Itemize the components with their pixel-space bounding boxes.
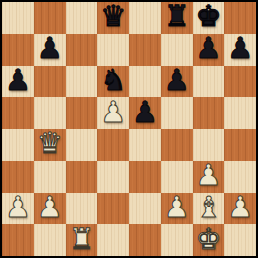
square-a7[interactable] xyxy=(2,34,34,66)
square-g5[interactable] xyxy=(193,97,225,129)
square-g8[interactable]: ♚ xyxy=(193,2,225,34)
white-queen-piece: ♛ xyxy=(37,129,63,158)
square-h2[interactable]: ♟ xyxy=(224,193,256,225)
square-e7[interactable] xyxy=(129,34,161,66)
square-g4[interactable] xyxy=(193,129,225,161)
square-h8[interactable] xyxy=(224,2,256,34)
square-c2[interactable] xyxy=(66,193,98,225)
chess-board: ♛♜♚♟♟♟♟♞♟♟♟♛♟♟♟♟♝♟♜♚ xyxy=(0,0,258,258)
square-f3[interactable] xyxy=(161,161,193,193)
square-f6[interactable]: ♟ xyxy=(161,66,193,98)
white-pawn-piece: ♟ xyxy=(164,193,190,222)
square-g6[interactable] xyxy=(193,66,225,98)
white-pawn-piece: ♟ xyxy=(195,161,221,190)
square-f4[interactable] xyxy=(161,129,193,161)
square-f7[interactable] xyxy=(161,34,193,66)
square-f1[interactable] xyxy=(161,224,193,256)
square-d4[interactable] xyxy=(97,129,129,161)
square-c6[interactable] xyxy=(66,66,98,98)
square-d5[interactable]: ♟ xyxy=(97,97,129,129)
square-h3[interactable] xyxy=(224,161,256,193)
square-e2[interactable] xyxy=(129,193,161,225)
square-g1[interactable]: ♚ xyxy=(193,224,225,256)
square-h5[interactable] xyxy=(224,97,256,129)
square-c5[interactable] xyxy=(66,97,98,129)
square-d3[interactable] xyxy=(97,161,129,193)
square-d2[interactable] xyxy=(97,193,129,225)
square-d7[interactable] xyxy=(97,34,129,66)
white-king-piece: ♚ xyxy=(195,225,221,254)
square-g7[interactable]: ♟ xyxy=(193,34,225,66)
square-b6[interactable] xyxy=(34,66,66,98)
black-pawn-piece: ♟ xyxy=(164,66,190,95)
square-h7[interactable]: ♟ xyxy=(224,34,256,66)
square-c1[interactable]: ♜ xyxy=(66,224,98,256)
white-bishop-piece: ♝ xyxy=(195,193,221,222)
square-d8[interactable]: ♛ xyxy=(97,2,129,34)
black-pawn-piece: ♟ xyxy=(195,34,221,63)
black-knight-piece: ♞ xyxy=(100,66,126,95)
square-g2[interactable]: ♝ xyxy=(193,193,225,225)
black-queen-piece: ♛ xyxy=(100,2,126,31)
square-d6[interactable]: ♞ xyxy=(97,66,129,98)
black-pawn-piece: ♟ xyxy=(227,34,253,63)
square-a3[interactable] xyxy=(2,161,34,193)
black-rook-piece: ♜ xyxy=(164,2,190,31)
white-pawn-piece: ♟ xyxy=(227,193,253,222)
square-h1[interactable] xyxy=(224,224,256,256)
square-b1[interactable] xyxy=(34,224,66,256)
square-a8[interactable] xyxy=(2,2,34,34)
square-b5[interactable] xyxy=(34,97,66,129)
black-king-piece: ♚ xyxy=(195,2,221,31)
square-a2[interactable]: ♟ xyxy=(2,193,34,225)
square-e8[interactable] xyxy=(129,2,161,34)
square-b3[interactable] xyxy=(34,161,66,193)
square-g3[interactable]: ♟ xyxy=(193,161,225,193)
square-a1[interactable] xyxy=(2,224,34,256)
square-e1[interactable] xyxy=(129,224,161,256)
square-a5[interactable] xyxy=(2,97,34,129)
square-c4[interactable] xyxy=(66,129,98,161)
square-b4[interactable]: ♛ xyxy=(34,129,66,161)
square-c7[interactable] xyxy=(66,34,98,66)
white-pawn-piece: ♟ xyxy=(37,193,63,222)
square-b2[interactable]: ♟ xyxy=(34,193,66,225)
square-h4[interactable] xyxy=(224,129,256,161)
square-c8[interactable] xyxy=(66,2,98,34)
square-b7[interactable]: ♟ xyxy=(34,34,66,66)
square-c3[interactable] xyxy=(66,161,98,193)
square-a4[interactable] xyxy=(2,129,34,161)
white-pawn-piece: ♟ xyxy=(100,98,126,127)
black-pawn-piece: ♟ xyxy=(5,66,31,95)
square-d1[interactable] xyxy=(97,224,129,256)
square-e3[interactable] xyxy=(129,161,161,193)
square-e4[interactable] xyxy=(129,129,161,161)
square-e6[interactable] xyxy=(129,66,161,98)
square-h6[interactable] xyxy=(224,66,256,98)
black-pawn-piece: ♟ xyxy=(37,34,63,63)
square-b8[interactable] xyxy=(34,2,66,34)
black-pawn-piece: ♟ xyxy=(132,98,158,127)
square-f8[interactable]: ♜ xyxy=(161,2,193,34)
square-e5[interactable]: ♟ xyxy=(129,97,161,129)
square-f5[interactable] xyxy=(161,97,193,129)
white-rook-piece: ♜ xyxy=(68,225,94,254)
square-f2[interactable]: ♟ xyxy=(161,193,193,225)
white-pawn-piece: ♟ xyxy=(5,193,31,222)
square-a6[interactable]: ♟ xyxy=(2,66,34,98)
